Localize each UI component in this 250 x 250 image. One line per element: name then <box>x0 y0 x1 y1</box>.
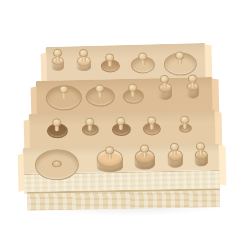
block-1-cylinder-1-knob-head <box>53 49 62 57</box>
block-1-cylinder-2-knob-head <box>79 49 88 57</box>
block-3-cylinder-1-knob <box>52 118 61 131</box>
block-4-cylinder-2-knob <box>105 146 114 159</box>
block-4-cylinder-3-knob <box>140 144 149 157</box>
block-3-cylinder-2-knob <box>85 118 94 131</box>
block-4-right-end <box>219 145 227 185</box>
block-1-cylinder-5-knob <box>175 51 184 64</box>
block-4-cylinder-5-knob-head <box>196 142 205 150</box>
block-1-cylinder-5-knob-head <box>175 51 184 59</box>
block-2-cylinder-3-knob-head <box>128 84 137 92</box>
block-3-cylinder-5-knob <box>180 116 189 129</box>
block-1-cylinder-1-knob <box>53 49 62 62</box>
block-3-cylinder-5-knob-head <box>180 116 189 124</box>
block-2-cylinder-4-knob-head <box>160 75 169 83</box>
block-1-cylinder-3-knob <box>105 53 114 66</box>
block-1-cylinder-4-knob <box>138 52 147 65</box>
block-4-cylinder-4-knob-head <box>170 143 179 151</box>
base-board-front <box>27 188 220 210</box>
block-2-cylinder-1-knob-head <box>59 85 68 93</box>
block-3-cylinder-4-knob <box>147 116 156 129</box>
block-4-cylinder-2-knob-head <box>105 146 114 154</box>
block-1-cylinder-3-knob-head <box>105 53 114 61</box>
block-4-left-end <box>18 153 25 192</box>
block-2-cylinder-3-knob <box>128 84 137 97</box>
block-4-cylinder-4-knob <box>170 143 179 156</box>
block-3-cylinder-1-knob-head <box>52 118 61 126</box>
block-2-cylinder-2-knob <box>95 84 104 97</box>
product-photo-montessori-cylinder-blocks <box>0 0 250 250</box>
block-3-cylinder-2-knob-head <box>85 118 94 126</box>
block-2-cylinder-1-knob <box>59 85 68 98</box>
block-3-cylinder-3-knob <box>116 117 125 130</box>
block-2-cylinder-4-knob <box>160 75 169 88</box>
block-1-cylinder-4-knob-head <box>138 52 147 60</box>
block-3-cylinder-3-knob-head <box>116 117 125 125</box>
block-4-cylinder-5-knob <box>196 142 205 155</box>
block-2-cylinder-5-knob <box>188 74 197 87</box>
cylinder-block-4 <box>23 144 221 193</box>
block-4-cylinder-3-knob-head <box>140 144 149 152</box>
block-2-cylinder-2-knob-head <box>95 84 104 92</box>
block-1-cylinder-2-knob <box>79 49 88 62</box>
block-3-cylinder-4-knob-head <box>147 116 156 124</box>
block-2-cylinder-5-knob-head <box>188 74 197 82</box>
